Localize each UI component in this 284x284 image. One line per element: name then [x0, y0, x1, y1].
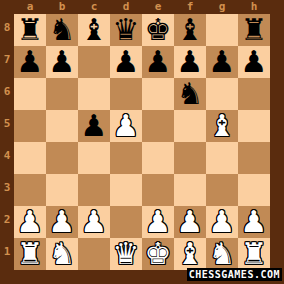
square-e1[interactable]: ♚ — [142, 238, 174, 270]
square-a5[interactable] — [14, 110, 46, 142]
square-d2[interactable] — [110, 206, 142, 238]
square-f1[interactable]: ♝ — [174, 238, 206, 270]
black-rook-piece[interactable]: ♜ — [17, 14, 44, 46]
square-b5[interactable] — [46, 110, 78, 142]
square-f8[interactable]: ♝ — [174, 14, 206, 46]
square-e8[interactable]: ♚ — [142, 14, 174, 46]
chess-diagram: abcdefgh 87654321 ♜♞♝♛♚♝♜♟♟♟♟♟♟♟♞♟♟♝♟♟♟♟… — [0, 0, 284, 284]
white-pawn-piece[interactable]: ♟ — [81, 206, 108, 238]
square-h7[interactable]: ♟ — [238, 46, 270, 78]
square-h2[interactable]: ♟ — [238, 206, 270, 238]
black-pawn-piece[interactable]: ♟ — [177, 46, 204, 78]
rank-label-1: 1 — [0, 238, 14, 270]
white-rook-piece[interactable]: ♜ — [241, 238, 268, 270]
square-e3[interactable] — [142, 174, 174, 206]
rank-label-8: 8 — [0, 14, 14, 46]
square-d3[interactable] — [110, 174, 142, 206]
square-c8[interactable]: ♝ — [78, 14, 110, 46]
black-pawn-piece[interactable]: ♟ — [113, 46, 140, 78]
square-e2[interactable]: ♟ — [142, 206, 174, 238]
square-e5[interactable] — [142, 110, 174, 142]
square-h8[interactable]: ♜ — [238, 14, 270, 46]
square-f6[interactable]: ♞ — [174, 78, 206, 110]
white-pawn-piece[interactable]: ♟ — [241, 206, 268, 238]
square-g7[interactable]: ♟ — [206, 46, 238, 78]
square-d4[interactable] — [110, 142, 142, 174]
white-knight-piece[interactable]: ♞ — [49, 238, 76, 270]
black-pawn-piece[interactable]: ♟ — [81, 110, 108, 142]
board: ♜♞♝♛♚♝♜♟♟♟♟♟♟♟♞♟♟♝♟♟♟♟♟♟♟♜♞♛♚♝♞♜ — [14, 14, 270, 270]
black-pawn-piece[interactable]: ♟ — [209, 46, 236, 78]
square-a3[interactable] — [14, 174, 46, 206]
square-c6[interactable] — [78, 78, 110, 110]
white-bishop-piece[interactable]: ♝ — [209, 110, 236, 142]
black-rook-piece[interactable]: ♜ — [241, 14, 268, 46]
square-e6[interactable] — [142, 78, 174, 110]
square-h6[interactable] — [238, 78, 270, 110]
white-pawn-piece[interactable]: ♟ — [145, 206, 172, 238]
square-c1[interactable] — [78, 238, 110, 270]
white-queen-piece[interactable]: ♛ — [113, 238, 140, 270]
file-label-g: g — [206, 0, 238, 14]
black-pawn-piece[interactable]: ♟ — [17, 46, 44, 78]
square-c7[interactable] — [78, 46, 110, 78]
square-e7[interactable]: ♟ — [142, 46, 174, 78]
square-h4[interactable] — [238, 142, 270, 174]
black-bishop-piece[interactable]: ♝ — [81, 14, 108, 46]
square-b6[interactable] — [46, 78, 78, 110]
rank-label-7: 7 — [0, 46, 14, 78]
square-b8[interactable]: ♞ — [46, 14, 78, 46]
rank-label-5: 5 — [0, 110, 14, 142]
square-b1[interactable]: ♞ — [46, 238, 78, 270]
black-queen-piece[interactable]: ♛ — [113, 14, 140, 46]
rank-label-4: 4 — [0, 142, 14, 174]
black-knight-piece[interactable]: ♞ — [49, 14, 76, 46]
square-f4[interactable] — [174, 142, 206, 174]
black-pawn-piece[interactable]: ♟ — [241, 46, 268, 78]
white-pawn-piece[interactable]: ♟ — [17, 206, 44, 238]
square-g5[interactable]: ♝ — [206, 110, 238, 142]
square-d1[interactable]: ♛ — [110, 238, 142, 270]
rank-label-2: 2 — [0, 206, 14, 238]
black-king-piece[interactable]: ♚ — [145, 14, 172, 46]
square-g6[interactable] — [206, 78, 238, 110]
square-c5[interactable]: ♟ — [78, 110, 110, 142]
black-pawn-piece[interactable]: ♟ — [145, 46, 172, 78]
square-g1[interactable]: ♞ — [206, 238, 238, 270]
square-d5[interactable]: ♟ — [110, 110, 142, 142]
square-g2[interactable]: ♟ — [206, 206, 238, 238]
white-pawn-piece[interactable]: ♟ — [113, 110, 140, 142]
white-rook-piece[interactable]: ♜ — [17, 238, 44, 270]
square-h5[interactable] — [238, 110, 270, 142]
rank-label-3: 3 — [0, 174, 14, 206]
square-e4[interactable] — [142, 142, 174, 174]
square-d6[interactable] — [110, 78, 142, 110]
white-pawn-piece[interactable]: ♟ — [49, 206, 76, 238]
square-b2[interactable]: ♟ — [46, 206, 78, 238]
square-a6[interactable] — [14, 78, 46, 110]
square-f7[interactable]: ♟ — [174, 46, 206, 78]
square-b3[interactable] — [46, 174, 78, 206]
square-d7[interactable]: ♟ — [110, 46, 142, 78]
square-f2[interactable]: ♟ — [174, 206, 206, 238]
square-a2[interactable]: ♟ — [14, 206, 46, 238]
square-g4[interactable] — [206, 142, 238, 174]
square-a4[interactable] — [14, 142, 46, 174]
square-f3[interactable] — [174, 174, 206, 206]
white-bishop-piece[interactable]: ♝ — [177, 238, 204, 270]
square-c4[interactable] — [78, 142, 110, 174]
square-a7[interactable]: ♟ — [14, 46, 46, 78]
square-a8[interactable]: ♜ — [14, 14, 46, 46]
square-a1[interactable]: ♜ — [14, 238, 46, 270]
watermark-chessgames: CHESSGAMES.COM — [187, 268, 282, 281]
black-knight-piece[interactable]: ♞ — [177, 78, 204, 110]
rank-label-6: 6 — [0, 78, 14, 110]
square-d8[interactable]: ♛ — [110, 14, 142, 46]
white-pawn-piece[interactable]: ♟ — [209, 206, 236, 238]
square-c2[interactable]: ♟ — [78, 206, 110, 238]
square-g3[interactable] — [206, 174, 238, 206]
square-h1[interactable]: ♜ — [238, 238, 270, 270]
rank-labels: 87654321 — [0, 14, 14, 270]
square-h3[interactable] — [238, 174, 270, 206]
square-b4[interactable] — [46, 142, 78, 174]
white-pawn-piece[interactable]: ♟ — [177, 206, 204, 238]
square-c3[interactable] — [78, 174, 110, 206]
square-b7[interactable]: ♟ — [46, 46, 78, 78]
black-bishop-piece[interactable]: ♝ — [177, 14, 204, 46]
black-pawn-piece[interactable]: ♟ — [49, 46, 76, 78]
white-knight-piece[interactable]: ♞ — [209, 238, 236, 270]
square-f5[interactable] — [174, 110, 206, 142]
white-king-piece[interactable]: ♚ — [145, 238, 172, 270]
square-g8[interactable] — [206, 14, 238, 46]
